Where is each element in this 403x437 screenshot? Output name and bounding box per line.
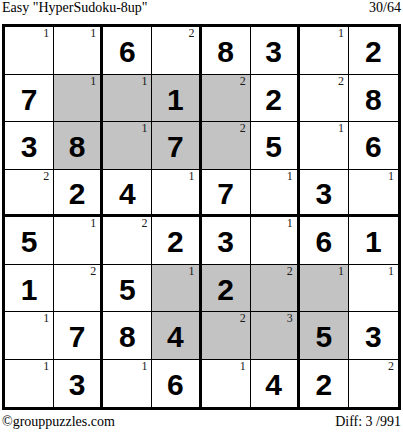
given-digit: 1 — [349, 217, 398, 264]
given-digit: 8 — [54, 122, 100, 169]
cell-r4c8[interactable]: 1 — [349, 170, 398, 218]
cell-r4c1[interactable]: 2 — [5, 170, 54, 218]
pencil-mark: 2 — [338, 75, 344, 88]
pencil-mark: 1 — [90, 75, 96, 88]
pencil-mark: 1 — [90, 217, 96, 230]
cell-r6c6[interactable]: 2 — [251, 265, 300, 313]
given-digit: 7 — [152, 122, 198, 169]
pencil-mark: 3 — [287, 312, 293, 325]
cell-r8c2[interactable]: 3 — [54, 360, 103, 408]
cell-r8c8[interactable]: 2 — [349, 360, 398, 408]
pencil-mark: 2 — [388, 360, 394, 373]
pencil-mark: 1 — [338, 122, 344, 135]
cell-r7c8[interactable]: 3 — [349, 312, 398, 360]
cell-r5c6[interactable]: 1 — [251, 217, 300, 265]
given-digit: 8 — [202, 27, 250, 74]
pencil-mark: 1 — [141, 360, 147, 373]
given-digit: 3 — [5, 122, 53, 169]
cell-r6c2[interactable]: 2 — [54, 265, 103, 313]
given-digit: 8 — [349, 75, 398, 122]
pencil-mark: 1 — [287, 217, 293, 230]
cell-r6c3[interactable]: 5 — [103, 265, 152, 313]
cell-r5c8[interactable]: 1 — [349, 217, 398, 265]
cell-r5c1[interactable]: 5 — [5, 217, 54, 265]
given-digit: 3 — [251, 27, 297, 74]
cell-r1c7[interactable]: 1 — [300, 27, 349, 75]
cell-r1c6[interactable]: 3 — [251, 27, 300, 75]
given-digit: 3 — [300, 170, 348, 215]
given-digit: 8 — [103, 312, 151, 359]
given-digit: 6 — [300, 217, 348, 264]
cell-r5c7[interactable]: 6 — [300, 217, 349, 265]
pencil-mark: 1 — [141, 122, 147, 135]
given-digit: 5 — [300, 312, 348, 359]
pencil-mark: 2 — [240, 122, 246, 135]
cell-r1c8[interactable]: 2 — [349, 27, 398, 75]
given-digit: 2 — [349, 27, 398, 74]
cell-r1c2[interactable]: 1 — [54, 27, 103, 75]
given-digit: 7 — [202, 170, 250, 215]
given-digit: 2 — [300, 360, 348, 408]
given-digit: 4 — [152, 312, 198, 359]
cell-r6c8[interactable]: 1 — [349, 265, 398, 313]
cell-r7c7[interactable]: 5 — [300, 312, 349, 360]
cell-r2c8[interactable]: 8 — [349, 75, 398, 123]
pencil-mark: 1 — [287, 170, 293, 183]
cell-r7c5[interactable]: 2 — [202, 312, 251, 360]
given-digit: 2 — [251, 75, 297, 122]
cell-r7c3[interactable]: 8 — [103, 312, 152, 360]
cell-r6c4[interactable]: 1 — [152, 265, 201, 313]
given-digit: 3 — [202, 217, 250, 264]
pencil-mark: 1 — [338, 27, 344, 40]
pencil-mark: 1 — [43, 27, 49, 40]
pencil-mark: 1 — [338, 265, 344, 278]
cell-r8c3[interactable]: 1 — [103, 360, 152, 408]
cell-r4c4[interactable]: 1 — [152, 170, 201, 218]
difficulty-text: Diff: 3 /991 — [335, 414, 401, 430]
cell-r2c4[interactable]: 1 — [152, 75, 201, 123]
cell-r1c4[interactable]: 2 — [152, 27, 201, 75]
cell-r5c5[interactable]: 3 — [202, 217, 251, 265]
given-digit: 2 — [202, 265, 250, 312]
cell-r1c1[interactable]: 1 — [5, 27, 54, 75]
cell-r1c5[interactable]: 8 — [202, 27, 251, 75]
pencil-mark: 2 — [43, 170, 49, 183]
cell-r4c3[interactable]: 4 — [103, 170, 152, 218]
cell-r6c5[interactable]: 2 — [202, 265, 251, 313]
pencil-mark: 1 — [240, 360, 246, 373]
given-digit: 6 — [103, 27, 151, 74]
cell-r8c4[interactable]: 6 — [152, 360, 201, 408]
sudoku-grid: 1162831271112228381725162241713151223161… — [2, 24, 401, 410]
given-digit: 6 — [152, 360, 198, 408]
given-digit: 5 — [5, 217, 53, 264]
cell-r1c3[interactable]: 6 — [103, 27, 152, 75]
cell-r3c4[interactable]: 7 — [152, 122, 201, 170]
given-digit: 4 — [103, 170, 151, 215]
given-digit: 2 — [54, 170, 100, 215]
cell-r5c3[interactable]: 2 — [103, 217, 152, 265]
pencil-mark: 2 — [189, 27, 195, 40]
given-digit: 7 — [54, 312, 100, 359]
cell-r3c6[interactable]: 5 — [251, 122, 300, 170]
cell-r2c1[interactable]: 7 — [5, 75, 54, 123]
given-digit: 6 — [349, 122, 398, 169]
pencil-mark: 1 — [43, 360, 49, 373]
cell-r3c2[interactable]: 8 — [54, 122, 103, 170]
remaining-counter: 30/64 — [369, 0, 401, 16]
pencil-mark: 1 — [141, 75, 147, 88]
cell-r7c6[interactable]: 3 — [251, 312, 300, 360]
cell-r4c6[interactable]: 1 — [251, 170, 300, 218]
cell-r2c7[interactable]: 2 — [300, 75, 349, 123]
given-digit: 3 — [349, 312, 398, 359]
puzzle-title: Easy "HyperSudoku-8up" — [2, 0, 148, 16]
cell-r3c5[interactable]: 2 — [202, 122, 251, 170]
pencil-mark: 1 — [189, 265, 195, 278]
pencil-mark: 1 — [388, 170, 394, 183]
cell-r4c2[interactable]: 2 — [54, 170, 103, 218]
pencil-mark: 2 — [90, 265, 96, 278]
cell-r8c6[interactable]: 4 — [251, 360, 300, 408]
footer: ©grouppuzzles.com Diff: 3 /991 — [2, 414, 401, 430]
given-digit: 1 — [152, 75, 198, 122]
pencil-mark: 1 — [189, 170, 195, 183]
pencil-mark: 1 — [388, 265, 394, 278]
given-digit: 5 — [251, 122, 297, 169]
pencil-mark: 2 — [287, 265, 293, 278]
header: Easy "HyperSudoku-8up" 30/64 — [2, 0, 401, 22]
cell-r8c7[interactable]: 2 — [300, 360, 349, 408]
pencil-mark: 2 — [240, 312, 246, 325]
cell-r7c1[interactable]: 1 — [5, 312, 54, 360]
pencil-mark: 1 — [43, 312, 49, 325]
given-digit: 1 — [5, 265, 53, 312]
pencil-mark: 2 — [240, 75, 246, 88]
given-digit: 5 — [103, 265, 151, 312]
pencil-mark: 1 — [90, 27, 96, 40]
given-digit: 2 — [152, 217, 198, 264]
cell-r2c3[interactable]: 1 — [103, 75, 152, 123]
cell-r4c5[interactable]: 7 — [202, 170, 251, 218]
cell-r3c7[interactable]: 1 — [300, 122, 349, 170]
cell-r3c1[interactable]: 3 — [5, 122, 54, 170]
given-digit: 4 — [251, 360, 297, 408]
cell-r2c6[interactable]: 2 — [251, 75, 300, 123]
cell-r2c5[interactable]: 2 — [202, 75, 251, 123]
cell-r8c5[interactable]: 1 — [202, 360, 251, 408]
given-digit: 3 — [54, 360, 100, 408]
cell-r7c2[interactable]: 7 — [54, 312, 103, 360]
cell-r7c4[interactable]: 4 — [152, 312, 201, 360]
cell-r8c1[interactable]: 1 — [5, 360, 54, 408]
cell-r5c4[interactable]: 2 — [152, 217, 201, 265]
pencil-mark: 2 — [141, 217, 147, 230]
cell-r6c7[interactable]: 1 — [300, 265, 349, 313]
cell-r2c2[interactable]: 1 — [54, 75, 103, 123]
cell-r5c2[interactable]: 1 — [54, 217, 103, 265]
cell-r6c1[interactable]: 1 — [5, 265, 54, 313]
cell-r3c3[interactable]: 1 — [103, 122, 152, 170]
cell-r4c7[interactable]: 3 — [300, 170, 349, 218]
given-digit: 7 — [5, 75, 53, 122]
cell-r3c8[interactable]: 6 — [349, 122, 398, 170]
copyright-text: ©grouppuzzles.com — [2, 414, 115, 430]
